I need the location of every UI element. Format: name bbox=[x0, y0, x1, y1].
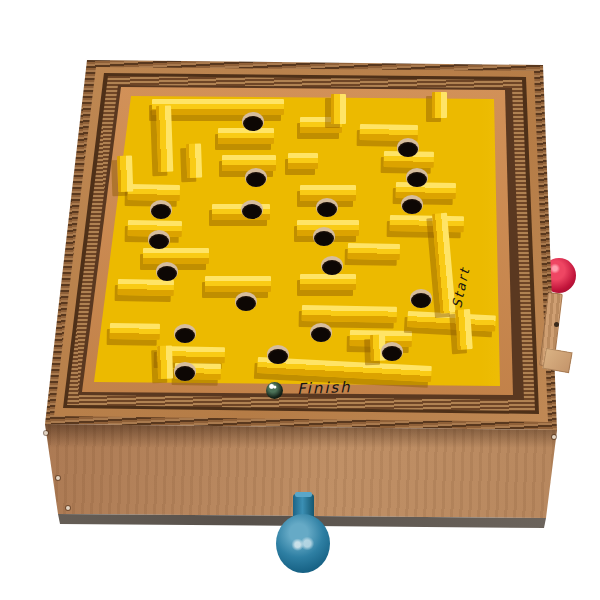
maze-hole bbox=[267, 345, 289, 364]
maze-hole bbox=[397, 138, 419, 157]
maze-wall-horizontal bbox=[128, 184, 180, 201]
maze-hole bbox=[235, 292, 257, 311]
maze-wall-horizontal bbox=[152, 99, 284, 115]
maze-hole bbox=[313, 227, 335, 246]
maze-wall-horizontal bbox=[390, 215, 464, 232]
knob-mount-wedge bbox=[542, 348, 572, 373]
nail bbox=[56, 476, 60, 480]
maze-wall-horizontal bbox=[288, 153, 318, 169]
maze-hole bbox=[150, 200, 172, 219]
maze-hole bbox=[241, 200, 263, 219]
maze-wall-horizontal bbox=[205, 276, 271, 292]
maze-wall-vertical bbox=[186, 143, 202, 178]
maze-hole bbox=[242, 112, 264, 131]
maze-hole bbox=[406, 168, 428, 187]
maze-hole bbox=[156, 262, 178, 281]
marble bbox=[266, 382, 283, 399]
maze-hole bbox=[148, 230, 170, 249]
screw-icon bbox=[554, 322, 559, 327]
maze-hole bbox=[245, 168, 267, 187]
maze-hole bbox=[316, 198, 338, 217]
blue-knob-cap bbox=[295, 492, 312, 497]
maze-wall-vertical bbox=[157, 345, 173, 379]
maze-hole bbox=[310, 323, 332, 342]
nail bbox=[44, 431, 48, 435]
maze-hole bbox=[174, 362, 196, 381]
maze-wall-horizontal bbox=[143, 248, 209, 264]
maze-wall-vertical bbox=[117, 155, 133, 192]
maze-wall-horizontal bbox=[218, 128, 274, 144]
maze-hole bbox=[410, 289, 432, 308]
maze-wall-vertical bbox=[331, 94, 346, 124]
maze-wall-vertical bbox=[455, 309, 473, 350]
maze-wall-horizontal bbox=[118, 279, 174, 296]
blue-tilt-knob[interactable] bbox=[276, 514, 330, 573]
maze-wall-horizontal bbox=[302, 305, 397, 323]
labyrinth-box: Start Finish bbox=[0, 0, 600, 600]
maze-hole bbox=[401, 195, 423, 214]
maze-wall-vertical bbox=[156, 105, 173, 171]
maze-hole bbox=[321, 256, 343, 275]
finish-label: Finish bbox=[297, 378, 352, 398]
nail bbox=[552, 435, 556, 439]
maze-wall-horizontal bbox=[348, 243, 400, 260]
maze-hole bbox=[174, 324, 196, 343]
maze-wall-horizontal bbox=[110, 323, 160, 340]
maze-wall-vertical bbox=[432, 92, 447, 118]
nail bbox=[66, 506, 70, 510]
maze-wall-horizontal bbox=[300, 274, 356, 290]
maze-hole bbox=[381, 342, 403, 361]
